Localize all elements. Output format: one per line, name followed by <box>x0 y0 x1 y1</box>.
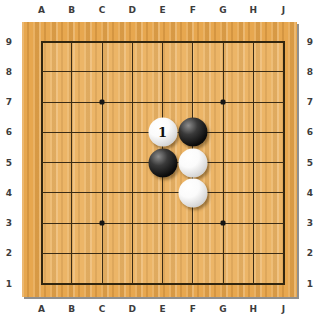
stone-white <box>178 148 207 177</box>
grid-line-horizontal <box>42 223 284 224</box>
row-label: 8 <box>2 66 16 78</box>
row-label: 3 <box>2 217 16 229</box>
row-label: 1 <box>2 278 16 290</box>
column-label: F <box>185 303 201 315</box>
column-label: A <box>34 303 50 315</box>
grid-line-horizontal <box>42 192 284 193</box>
stone-black <box>178 118 207 147</box>
grid-line-vertical <box>223 42 224 284</box>
column-label: E <box>155 303 171 315</box>
row-label: 5 <box>303 157 317 169</box>
star-point <box>221 221 226 226</box>
grid-line-vertical <box>253 42 254 284</box>
stone-white: 1 <box>148 118 177 147</box>
row-label: 2 <box>303 247 317 259</box>
column-label: C <box>94 303 110 315</box>
column-label: J <box>276 303 292 315</box>
star-point <box>100 100 105 105</box>
column-label: C <box>94 4 110 16</box>
move-number-label: 1 <box>148 118 177 147</box>
row-label: 2 <box>2 247 16 259</box>
row-label: 5 <box>2 157 16 169</box>
star-point <box>100 221 105 226</box>
stone-black <box>148 148 177 177</box>
stone-white <box>178 178 207 207</box>
row-label: 4 <box>2 187 16 199</box>
row-label: 3 <box>303 217 317 229</box>
column-label: G <box>215 303 231 315</box>
column-label: H <box>245 303 261 315</box>
row-label: 9 <box>303 36 317 48</box>
column-label: B <box>64 303 80 315</box>
row-label: 7 <box>303 96 317 108</box>
row-label: 8 <box>303 66 317 78</box>
grid-line-horizontal <box>42 253 284 254</box>
row-label: 6 <box>303 126 317 138</box>
column-label: A <box>34 4 50 16</box>
column-label: F <box>185 4 201 16</box>
column-label: D <box>124 303 140 315</box>
column-label: D <box>124 4 140 16</box>
column-label: E <box>155 4 171 16</box>
column-label: G <box>215 4 231 16</box>
row-label: 4 <box>303 187 317 199</box>
star-point <box>221 100 226 105</box>
column-label: J <box>276 4 292 16</box>
go-diagram: 1 AABBCCDDEEFFGGHHJJ998877665544332211 <box>0 0 324 324</box>
row-label: 6 <box>2 126 16 138</box>
row-label: 7 <box>2 96 16 108</box>
go-board[interactable]: 1 <box>22 22 297 297</box>
column-label: B <box>64 4 80 16</box>
row-label: 1 <box>303 278 317 290</box>
row-label: 9 <box>2 36 16 48</box>
column-label: H <box>245 4 261 16</box>
